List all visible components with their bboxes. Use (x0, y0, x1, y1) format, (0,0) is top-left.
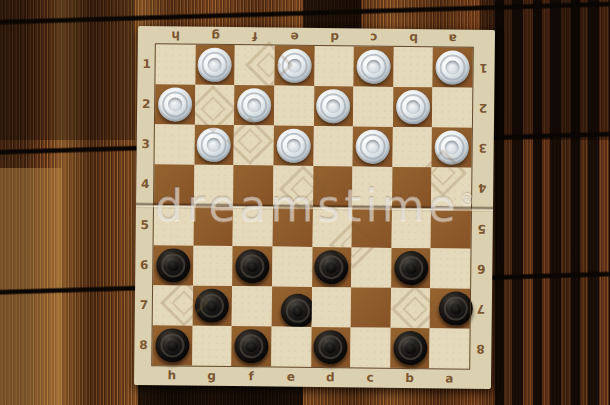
piece-black-e7[interactable] (280, 293, 314, 327)
square-e4[interactable] (273, 166, 313, 207)
file-label-top-b: b (394, 29, 434, 47)
rank-label-left-5: 5 (136, 204, 154, 244)
piece-white-c3[interactable] (355, 130, 389, 164)
rank-label-left-6: 6 (135, 245, 153, 285)
piece-white-d2[interactable] (316, 89, 350, 123)
square-d8[interactable] (311, 327, 351, 368)
square-a6[interactable] (430, 248, 470, 289)
square-a8[interactable] (430, 328, 470, 369)
piece-black-h6[interactable] (156, 248, 190, 282)
piece-black-f8[interactable] (234, 329, 268, 363)
square-a5[interactable] (431, 208, 471, 249)
square-a1[interactable] (433, 47, 473, 88)
square-h5[interactable] (154, 205, 194, 246)
square-d1[interactable] (314, 46, 354, 87)
rank-label-right-2: 2 (472, 88, 494, 128)
square-e8[interactable] (271, 326, 311, 367)
piece-white-f2[interactable] (237, 88, 271, 122)
square-c2[interactable] (353, 87, 393, 128)
board-corner (473, 30, 495, 48)
square-a4[interactable] (431, 168, 471, 209)
square-g4[interactable] (194, 165, 234, 206)
rank-label-right-6: 6 (470, 248, 492, 288)
square-c7[interactable] (351, 287, 391, 328)
piece-black-d8[interactable] (314, 330, 348, 364)
square-f2[interactable] (234, 85, 274, 126)
piece-black-b6[interactable] (394, 251, 428, 285)
file-label-bottom-g: g (192, 366, 232, 386)
square-b5[interactable] (391, 207, 431, 248)
square-c3[interactable] (353, 127, 393, 168)
checkers-board: hgfedcba1122334455667788hgfedcba (134, 26, 495, 389)
square-g8[interactable] (192, 325, 232, 366)
square-a3[interactable] (432, 128, 472, 169)
square-a2[interactable] (432, 87, 472, 128)
square-h3[interactable] (154, 124, 194, 165)
square-g1[interactable] (195, 45, 235, 86)
file-label-bottom-c: c (350, 367, 390, 387)
square-d6[interactable] (312, 247, 352, 288)
square-h6[interactable] (153, 245, 193, 286)
piece-black-f6[interactable] (235, 249, 269, 283)
square-h1[interactable] (155, 44, 195, 85)
square-d3[interactable] (313, 126, 353, 167)
rank-label-right-4: 4 (471, 168, 493, 208)
piece-white-g3[interactable] (197, 128, 231, 162)
piece-white-b2[interactable] (396, 90, 430, 124)
file-label-bottom-b: b (390, 368, 430, 388)
square-b7[interactable] (390, 288, 430, 329)
rank-label-right-1: 1 (472, 48, 494, 88)
piece-black-d6[interactable] (314, 250, 348, 284)
rank-label-left-1: 1 (137, 44, 155, 84)
board-grid: hgfedcba1122334455667788hgfedcba (134, 26, 495, 389)
square-b8[interactable] (390, 328, 430, 369)
piece-black-h8[interactable] (155, 328, 189, 362)
rank-label-right-5: 5 (471, 208, 493, 248)
square-g2[interactable] (195, 85, 235, 126)
board-corner (138, 26, 156, 44)
board-corner (469, 369, 491, 389)
rank-label-right-7: 7 (470, 289, 492, 329)
piece-black-a7[interactable] (439, 291, 473, 325)
rank-label-left-8: 8 (134, 325, 152, 365)
square-h2[interactable] (155, 84, 195, 125)
square-f6[interactable] (232, 246, 272, 287)
square-a7[interactable] (430, 288, 470, 329)
bamboo-mat-golden-patch (0, 168, 62, 405)
square-d4[interactable] (313, 166, 353, 207)
square-d5[interactable] (312, 206, 352, 247)
piece-white-a3[interactable] (435, 131, 469, 165)
rank-label-left-7: 7 (135, 285, 153, 325)
square-e7[interactable] (272, 286, 312, 327)
file-label-top-g: g (195, 27, 235, 45)
file-label-top-e: e (275, 28, 315, 46)
square-b1[interactable] (393, 47, 433, 88)
piece-white-h2[interactable] (158, 87, 192, 121)
square-f4[interactable] (233, 165, 273, 206)
square-c1[interactable] (353, 46, 393, 87)
file-label-bottom-d: d (310, 367, 350, 387)
square-c6[interactable] (351, 247, 391, 288)
square-d2[interactable] (313, 86, 353, 127)
bamboo-mat-black-sticks-right (495, 0, 610, 405)
square-e3[interactable] (273, 126, 313, 167)
board-corner (134, 365, 152, 385)
square-h4[interactable] (154, 165, 194, 206)
square-b6[interactable] (391, 247, 431, 288)
square-g3[interactable] (194, 125, 234, 166)
square-h8[interactable] (152, 325, 192, 366)
rank-label-left-4: 4 (136, 164, 154, 204)
piece-black-b8[interactable] (393, 331, 427, 365)
square-b2[interactable] (393, 87, 433, 128)
square-g7[interactable] (192, 285, 232, 326)
piece-white-e1[interactable] (277, 49, 311, 83)
file-label-bottom-h: h (152, 365, 192, 385)
piece-black-g7[interactable] (195, 288, 229, 322)
square-e2[interactable] (274, 86, 314, 127)
rank-label-left-3: 3 (136, 124, 154, 164)
square-h7[interactable] (153, 285, 193, 326)
square-b3[interactable] (392, 127, 432, 168)
square-f8[interactable] (231, 326, 271, 367)
photo-scene: hgfedcba1122334455667788hgfedcba dreamst… (0, 0, 610, 405)
piece-white-a1[interactable] (436, 50, 470, 84)
file-label-top-h: h (156, 26, 196, 44)
square-c4[interactable] (352, 167, 392, 208)
square-f1[interactable] (235, 45, 275, 86)
rank-label-right-3: 3 (471, 128, 493, 168)
piece-white-e3[interactable] (276, 129, 310, 163)
rank-label-right-8: 8 (469, 329, 491, 369)
file-label-top-c: c (354, 28, 394, 46)
square-f7[interactable] (232, 286, 272, 327)
file-label-bottom-a: a (429, 368, 469, 388)
square-g6[interactable] (193, 245, 233, 286)
square-e1[interactable] (274, 46, 314, 87)
piece-white-g1[interactable] (198, 48, 232, 82)
file-label-bottom-e: e (271, 367, 311, 387)
square-f3[interactable] (234, 125, 274, 166)
square-d7[interactable] (311, 287, 351, 328)
rank-label-left-2: 2 (137, 84, 155, 124)
square-b4[interactable] (392, 167, 432, 208)
file-label-top-f: f (235, 27, 275, 45)
square-g5[interactable] (193, 205, 233, 246)
square-c5[interactable] (352, 207, 392, 248)
square-e5[interactable] (272, 206, 312, 247)
file-label-bottom-f: f (231, 366, 271, 386)
file-label-top-d: d (314, 28, 354, 46)
piece-white-c1[interactable] (356, 50, 390, 84)
file-label-top-a: a (433, 29, 473, 47)
square-c8[interactable] (350, 327, 390, 368)
square-e6[interactable] (272, 246, 312, 287)
square-f5[interactable] (233, 206, 273, 247)
